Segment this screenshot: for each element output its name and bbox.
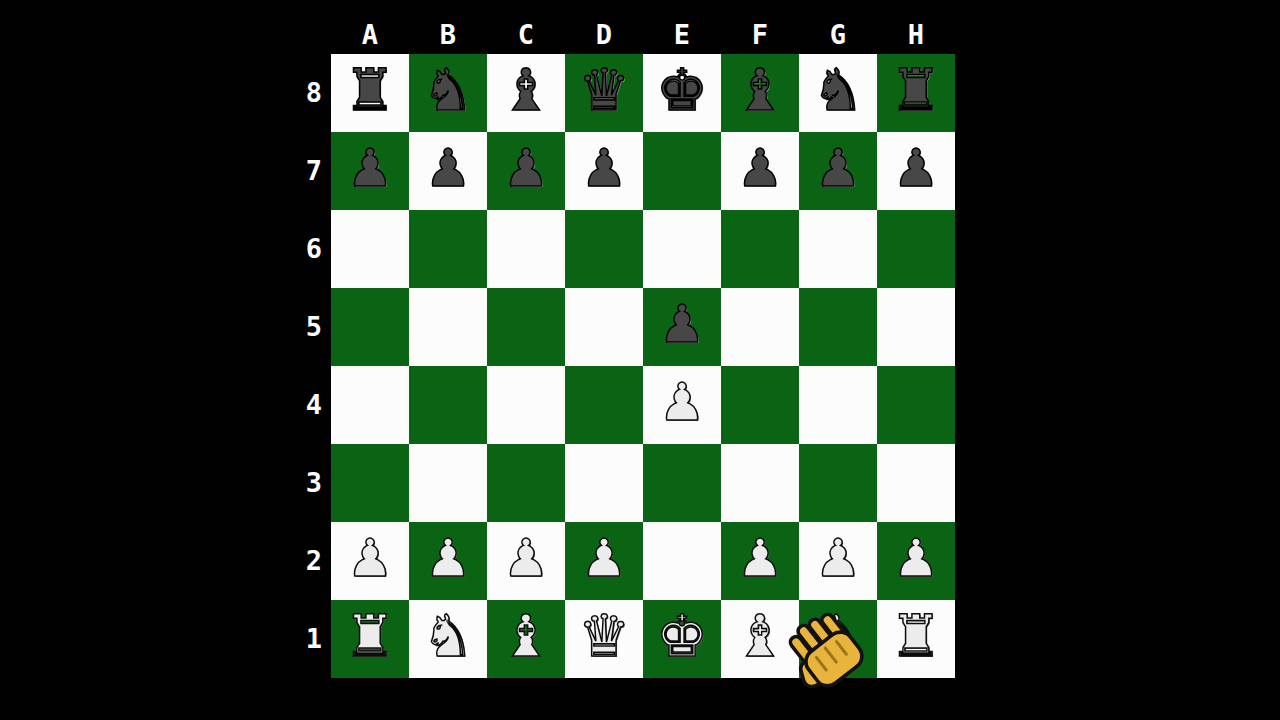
file-label-f: F (721, 20, 799, 50)
black-pawn-a7[interactable]: ♟ (347, 129, 394, 207)
rank-label-1: 1 (292, 600, 326, 678)
square-b5[interactable] (409, 288, 487, 366)
white-pawn-d2[interactable]: ♟ (581, 519, 628, 597)
file-labels: ABCDEFGH (331, 20, 955, 50)
square-b7[interactable]: ♟ (409, 132, 487, 210)
white-pawn-g2[interactable]: ♟ (815, 519, 862, 597)
white-queen-d1[interactable]: ♛ (578, 597, 630, 675)
square-d4[interactable] (565, 366, 643, 444)
square-f3[interactable] (721, 444, 799, 522)
file-label-c: C (487, 20, 565, 50)
square-f5[interactable] (721, 288, 799, 366)
black-king-e8[interactable]: ♚ (656, 51, 708, 129)
black-rook-a8[interactable]: ♜ (344, 51, 396, 129)
square-b3[interactable] (409, 444, 487, 522)
square-b8[interactable]: ♞ (409, 54, 487, 132)
square-b6[interactable] (409, 210, 487, 288)
file-label-h: H (877, 20, 955, 50)
black-bishop-c8[interactable]: ♝ (500, 51, 552, 129)
square-e7[interactable] (643, 132, 721, 210)
square-d1[interactable]: ♛ (565, 600, 643, 678)
square-f8[interactable]: ♝ (721, 54, 799, 132)
file-label-a: A (331, 20, 409, 50)
square-e5[interactable]: ♟ (643, 288, 721, 366)
square-d2[interactable]: ♟ (565, 522, 643, 600)
square-b4[interactable] (409, 366, 487, 444)
square-e8[interactable]: ♚ (643, 54, 721, 132)
white-pawn-h2[interactable]: ♟ (893, 519, 940, 597)
square-h7[interactable]: ♟ (877, 132, 955, 210)
square-a5[interactable] (331, 288, 409, 366)
square-d3[interactable] (565, 444, 643, 522)
square-g7[interactable]: ♟ (799, 132, 877, 210)
square-b2[interactable]: ♟ (409, 522, 487, 600)
black-queen-d8[interactable]: ♛ (578, 51, 630, 129)
square-d8[interactable]: ♛ (565, 54, 643, 132)
square-f4[interactable] (721, 366, 799, 444)
square-g1[interactable]: ♞ (799, 600, 877, 678)
black-knight-b8[interactable]: ♞ (422, 51, 474, 129)
square-a7[interactable]: ♟ (331, 132, 409, 210)
square-f1[interactable]: ♝ (721, 600, 799, 678)
square-d6[interactable] (565, 210, 643, 288)
file-label-e: E (643, 20, 721, 50)
square-f2[interactable]: ♟ (721, 522, 799, 600)
square-b1[interactable]: ♞ (409, 600, 487, 678)
white-rook-a1[interactable]: ♜ (344, 597, 396, 675)
rank-label-7: 7 (292, 132, 326, 210)
rank-label-2: 2 (292, 522, 326, 600)
white-rook-h1[interactable]: ♜ (890, 597, 942, 675)
chess-board: ♜♞♝♛♚♝♞♜♟♟♟♟♟♟♟♟♟♟♟♟♟♟♟♟♜♞♝♛♚♝♞♜ (331, 54, 955, 678)
square-e6[interactable] (643, 210, 721, 288)
square-d5[interactable] (565, 288, 643, 366)
square-c8[interactable]: ♝ (487, 54, 565, 132)
square-c6[interactable] (487, 210, 565, 288)
black-pawn-c7[interactable]: ♟ (503, 129, 550, 207)
square-c4[interactable] (487, 366, 565, 444)
white-knight-g1[interactable]: ♞ (812, 597, 864, 675)
rank-label-4: 4 (292, 366, 326, 444)
white-king-e1[interactable]: ♚ (656, 597, 708, 675)
square-g6[interactable] (799, 210, 877, 288)
black-bishop-f8[interactable]: ♝ (734, 51, 786, 129)
square-a4[interactable] (331, 366, 409, 444)
rank-label-3: 3 (292, 444, 326, 522)
square-c3[interactable] (487, 444, 565, 522)
square-g4[interactable] (799, 366, 877, 444)
square-a8[interactable]: ♜ (331, 54, 409, 132)
rank-label-5: 5 (292, 288, 326, 366)
square-h5[interactable] (877, 288, 955, 366)
square-e4[interactable]: ♟ (643, 366, 721, 444)
square-h3[interactable] (877, 444, 955, 522)
square-h1[interactable]: ♜ (877, 600, 955, 678)
white-pawn-b2[interactable]: ♟ (425, 519, 472, 597)
square-a3[interactable] (331, 444, 409, 522)
rank-label-6: 6 (292, 210, 326, 288)
square-d7[interactable]: ♟ (565, 132, 643, 210)
black-pawn-h7[interactable]: ♟ (893, 129, 940, 207)
black-knight-g8[interactable]: ♞ (812, 51, 864, 129)
square-c1[interactable]: ♝ (487, 600, 565, 678)
square-f7[interactable]: ♟ (721, 132, 799, 210)
black-pawn-g7[interactable]: ♟ (815, 129, 862, 207)
square-a6[interactable] (331, 210, 409, 288)
white-bishop-f1[interactable]: ♝ (734, 597, 786, 675)
black-pawn-b7[interactable]: ♟ (425, 129, 472, 207)
square-h8[interactable]: ♜ (877, 54, 955, 132)
square-c5[interactable] (487, 288, 565, 366)
square-a2[interactable]: ♟ (331, 522, 409, 600)
file-label-g: G (799, 20, 877, 50)
white-bishop-c1[interactable]: ♝ (500, 597, 552, 675)
square-e2[interactable] (643, 522, 721, 600)
white-pawn-a2[interactable]: ♟ (347, 519, 394, 597)
square-c2[interactable]: ♟ (487, 522, 565, 600)
square-f6[interactable] (721, 210, 799, 288)
black-pawn-d7[interactable]: ♟ (581, 129, 628, 207)
file-label-b: B (409, 20, 487, 50)
white-pawn-e4[interactable]: ♟ (659, 363, 706, 441)
square-g3[interactable] (799, 444, 877, 522)
square-e1[interactable]: ♚ (643, 600, 721, 678)
square-g5[interactable] (799, 288, 877, 366)
game-screen: ABCDEFGH 87654321 ♜♞♝♛♚♝♞♜♟♟♟♟♟♟♟♟♟♟♟♟♟♟… (0, 0, 1280, 720)
square-g2[interactable]: ♟ (799, 522, 877, 600)
square-c7[interactable]: ♟ (487, 132, 565, 210)
white-knight-b1[interactable]: ♞ (422, 597, 474, 675)
white-pawn-f2[interactable]: ♟ (737, 519, 784, 597)
square-h4[interactable] (877, 366, 955, 444)
black-pawn-e5[interactable]: ♟ (659, 285, 706, 363)
rank-label-8: 8 (292, 54, 326, 132)
rank-labels: 87654321 (292, 54, 326, 678)
square-e3[interactable] (643, 444, 721, 522)
square-a1[interactable]: ♜ (331, 600, 409, 678)
square-h6[interactable] (877, 210, 955, 288)
white-pawn-c2[interactable]: ♟ (503, 519, 550, 597)
square-h2[interactable]: ♟ (877, 522, 955, 600)
black-rook-h8[interactable]: ♜ (890, 51, 942, 129)
square-g8[interactable]: ♞ (799, 54, 877, 132)
file-label-d: D (565, 20, 643, 50)
black-pawn-f7[interactable]: ♟ (737, 129, 784, 207)
